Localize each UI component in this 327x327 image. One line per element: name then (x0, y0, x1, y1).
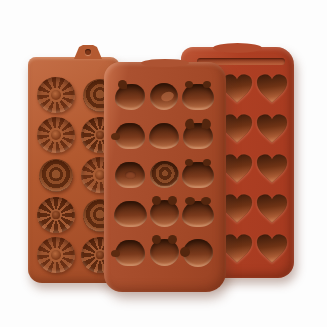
heart-cavity-heart (255, 153, 289, 184)
heart-shape (255, 73, 289, 104)
flower-cavity-daisy (37, 237, 75, 273)
animal-cavity-cat (183, 123, 213, 149)
animal-cavity-squirrel (115, 84, 145, 110)
flower-cavity-rose (39, 159, 73, 192)
animal-cavity-duck (115, 123, 145, 149)
animal-cavity-hedgehog (149, 123, 179, 149)
heart-cavity-heart (255, 193, 289, 224)
heart-shape (255, 193, 289, 224)
animal-cavity-pig (115, 162, 145, 188)
animal-cavity-ladybug (183, 239, 213, 267)
heart-cavity-heart (255, 233, 289, 264)
heart-shape (255, 153, 289, 184)
animal-cavity-bear (150, 239, 179, 266)
heart-cavity-heart (255, 73, 289, 104)
animal-cavity-bird (150, 83, 178, 110)
flower-cavity-daisy (37, 117, 75, 153)
animal-cavity-frog (182, 201, 214, 227)
animal-cavity-snail (150, 161, 179, 188)
animal-mold-tray (104, 62, 226, 292)
animal-cavity-panda (150, 200, 179, 227)
flower-cavity-sunflower (37, 197, 75, 233)
animal-cavity-duck (115, 240, 145, 266)
hanging-tab-with-hole (74, 45, 102, 59)
heart-shape (255, 233, 289, 264)
product-photo-stage (0, 0, 327, 327)
animal-cavity-hippo (114, 201, 147, 227)
heart-shape (255, 113, 289, 144)
flower-cavity-daisy (37, 77, 75, 113)
animal-mold-grid (113, 77, 215, 272)
heart-cavity-heart (255, 113, 289, 144)
animal-cavity-cow (182, 162, 214, 188)
animal-cavity-cow (182, 84, 214, 110)
